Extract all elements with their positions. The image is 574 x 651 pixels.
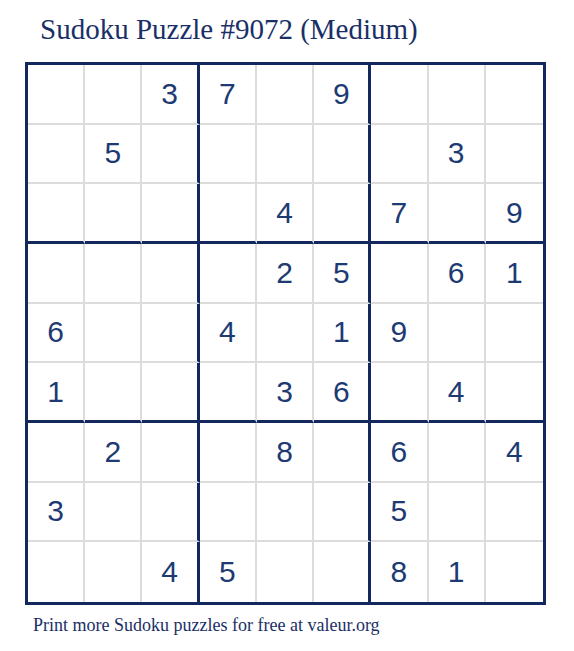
cell-r5c3 bbox=[142, 304, 199, 364]
cell-r9c7: 8 bbox=[371, 542, 428, 602]
cell-r6c3 bbox=[142, 363, 199, 423]
cell-r1c2 bbox=[85, 65, 142, 125]
cell-r6c4 bbox=[200, 363, 257, 423]
cell-r1c7 bbox=[371, 65, 428, 125]
cell-r7c3 bbox=[142, 423, 199, 483]
cell-r8c6 bbox=[314, 483, 371, 543]
cell-r8c4 bbox=[200, 483, 257, 543]
cell-r8c3 bbox=[142, 483, 199, 543]
footer-text: Print more Sudoku puzzles for free at va… bbox=[33, 615, 380, 636]
cell-r1c5 bbox=[257, 65, 314, 125]
cell-r4c7 bbox=[371, 244, 428, 304]
cell-r3c7: 7 bbox=[371, 184, 428, 244]
cell-r6c8: 4 bbox=[429, 363, 486, 423]
cell-r9c8: 1 bbox=[429, 542, 486, 602]
cell-r4c5: 2 bbox=[257, 244, 314, 304]
cell-r1c4: 7 bbox=[200, 65, 257, 125]
cell-r4c3 bbox=[142, 244, 199, 304]
page-title: Sudoku Puzzle #9072 (Medium) bbox=[40, 12, 418, 47]
cell-r2c6 bbox=[314, 125, 371, 185]
cell-r9c4: 5 bbox=[200, 542, 257, 602]
cell-r2c3 bbox=[142, 125, 199, 185]
cell-r6c5: 3 bbox=[257, 363, 314, 423]
cell-r7c5: 8 bbox=[257, 423, 314, 483]
cell-r3c2 bbox=[85, 184, 142, 244]
cell-r2c1 bbox=[28, 125, 85, 185]
cell-r8c8 bbox=[429, 483, 486, 543]
cell-r4c2 bbox=[85, 244, 142, 304]
cell-r3c4 bbox=[200, 184, 257, 244]
cell-r2c4 bbox=[200, 125, 257, 185]
cell-r1c1 bbox=[28, 65, 85, 125]
cell-r2c8: 3 bbox=[429, 125, 486, 185]
cell-r4c9: 1 bbox=[486, 244, 543, 304]
cell-r1c9 bbox=[486, 65, 543, 125]
cell-r9c5 bbox=[257, 542, 314, 602]
cell-r2c2: 5 bbox=[85, 125, 142, 185]
cell-r7c2: 2 bbox=[85, 423, 142, 483]
cell-r5c9 bbox=[486, 304, 543, 364]
cell-r2c7 bbox=[371, 125, 428, 185]
cell-r1c6: 9 bbox=[314, 65, 371, 125]
cell-r5c5 bbox=[257, 304, 314, 364]
cell-r7c8 bbox=[429, 423, 486, 483]
cell-r5c1: 6 bbox=[28, 304, 85, 364]
cell-r9c1 bbox=[28, 542, 85, 602]
cell-r5c8 bbox=[429, 304, 486, 364]
cell-r3c8 bbox=[429, 184, 486, 244]
cell-r7c6 bbox=[314, 423, 371, 483]
cell-r9c3: 4 bbox=[142, 542, 199, 602]
cell-r3c1 bbox=[28, 184, 85, 244]
cell-r8c1: 3 bbox=[28, 483, 85, 543]
cell-r4c1 bbox=[28, 244, 85, 304]
cell-r3c6 bbox=[314, 184, 371, 244]
cell-r2c9 bbox=[486, 125, 543, 185]
page-root: { "game": "sudoku", "position": "0037090… bbox=[0, 0, 574, 651]
cell-r9c6 bbox=[314, 542, 371, 602]
cell-r8c9 bbox=[486, 483, 543, 543]
cell-r6c6: 6 bbox=[314, 363, 371, 423]
cell-r6c7 bbox=[371, 363, 428, 423]
cell-r7c1 bbox=[28, 423, 85, 483]
cell-r1c3: 3 bbox=[142, 65, 199, 125]
cell-r8c5 bbox=[257, 483, 314, 543]
cell-r3c9: 9 bbox=[486, 184, 543, 244]
cell-r7c4 bbox=[200, 423, 257, 483]
cell-r5c7: 9 bbox=[371, 304, 428, 364]
cell-r9c2 bbox=[85, 542, 142, 602]
cell-r4c8: 6 bbox=[429, 244, 486, 304]
cell-r7c9: 4 bbox=[486, 423, 543, 483]
cell-r9c9 bbox=[486, 542, 543, 602]
cell-r6c2 bbox=[85, 363, 142, 423]
cell-r4c6: 5 bbox=[314, 244, 371, 304]
cell-r4c4 bbox=[200, 244, 257, 304]
cell-r2c5 bbox=[257, 125, 314, 185]
cell-r7c7: 6 bbox=[371, 423, 428, 483]
cell-r8c2 bbox=[85, 483, 142, 543]
cell-r5c2 bbox=[85, 304, 142, 364]
cell-r3c5: 4 bbox=[257, 184, 314, 244]
cell-r6c1: 1 bbox=[28, 363, 85, 423]
cell-r6c9 bbox=[486, 363, 543, 423]
cell-r8c7: 5 bbox=[371, 483, 428, 543]
cell-r5c4: 4 bbox=[200, 304, 257, 364]
cell-r3c3 bbox=[142, 184, 199, 244]
cell-r1c8 bbox=[429, 65, 486, 125]
sudoku-grid: 379534792561641913642864354581 bbox=[25, 62, 546, 605]
cell-r5c6: 1 bbox=[314, 304, 371, 364]
